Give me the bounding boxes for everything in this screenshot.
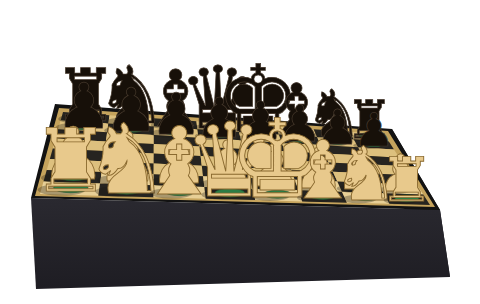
piece-white-rook-h1[interactable]: ♜ xyxy=(380,144,435,215)
white-rook-glyph: ♜ xyxy=(380,144,435,215)
chess-set-photo: ♜♞♝♛♚♝♞♜♟♟♟♟♟♟♟♟♟♟♟♟♟♟♟♟♜♞♝♛♚♝♞♜ xyxy=(0,0,480,304)
product-photo-stage: ♜♞♝♛♚♝♞♜♟♟♟♟♟♟♟♟♟♟♟♟♟♟♟♟♜♞♝♛♚♝♞♜ xyxy=(0,0,480,304)
